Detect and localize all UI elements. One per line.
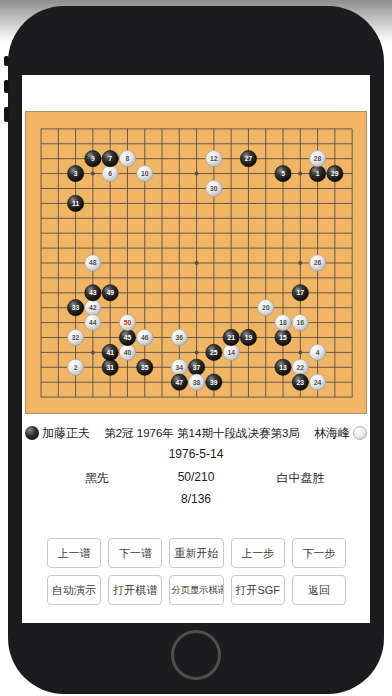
- black-player: 加藤正夫: [25, 425, 90, 442]
- stone-42: 42: [85, 300, 101, 316]
- svg-text:9: 9: [91, 155, 95, 162]
- svg-text:50: 50: [124, 319, 132, 326]
- svg-text:22: 22: [297, 364, 305, 371]
- svg-text:27: 27: [245, 155, 253, 162]
- mute-switch: [4, 56, 9, 66]
- stone-32: 32: [67, 329, 83, 345]
- button-row-1: 上一谱 下一谱 重新开始 上一步 下一步: [47, 538, 346, 568]
- stone-38: 38: [188, 374, 204, 390]
- svg-text:35: 35: [141, 364, 149, 371]
- stone-43: 43: [85, 285, 101, 301]
- svg-text:17: 17: [297, 289, 305, 296]
- svg-text:15: 15: [279, 334, 287, 341]
- svg-text:30: 30: [210, 185, 218, 192]
- stone-41: 41: [102, 344, 118, 360]
- stone-34: 34: [171, 359, 187, 375]
- svg-text:12: 12: [210, 155, 218, 162]
- stone-15: 15: [275, 329, 291, 345]
- stone-24: 24: [309, 374, 325, 390]
- stone-12: 12: [206, 151, 222, 167]
- black-first-label: 黑先: [85, 470, 109, 487]
- svg-text:43: 43: [89, 289, 97, 296]
- svg-text:23: 23: [297, 379, 305, 386]
- svg-text:5: 5: [281, 170, 285, 177]
- star-point: [298, 172, 302, 176]
- app-screen: 1 2 3 4 5 6 7 8 9 10 11 12 13 1: [22, 75, 370, 623]
- prev-move-button[interactable]: 上一步: [231, 538, 285, 568]
- svg-text:4: 4: [316, 349, 320, 356]
- stone-13: 13: [275, 359, 291, 375]
- stone-50: 50: [119, 314, 135, 330]
- star-point: [298, 350, 302, 354]
- next-move-button[interactable]: 下一步: [292, 538, 346, 568]
- svg-text:37: 37: [193, 364, 201, 371]
- board-svg: 1 2 3 4 5 6 7 8 9 10 11 12 13 1: [26, 112, 366, 413]
- svg-text:36: 36: [176, 334, 184, 341]
- svg-text:6: 6: [108, 170, 112, 177]
- svg-text:29: 29: [331, 170, 339, 177]
- volume-down-button: [4, 107, 9, 122]
- stone-23: 23: [292, 374, 308, 390]
- volume-up-button: [4, 80, 9, 93]
- svg-text:41: 41: [106, 349, 114, 356]
- stone-4: 4: [309, 344, 325, 360]
- auto-play-button[interactable]: 自动演示: [47, 575, 101, 605]
- white-stone-icon: [353, 426, 367, 440]
- svg-text:11: 11: [72, 200, 79, 207]
- stone-27: 27: [240, 151, 256, 167]
- restart-button[interactable]: 重新开始: [169, 538, 223, 568]
- stone-8: 8: [119, 151, 135, 167]
- svg-text:28: 28: [314, 155, 322, 162]
- stone-5: 5: [275, 165, 291, 181]
- svg-text:40: 40: [124, 349, 132, 356]
- svg-text:46: 46: [141, 334, 149, 341]
- stone-1: 1: [309, 165, 325, 181]
- stone-28: 28: [309, 151, 325, 167]
- svg-text:10: 10: [141, 170, 149, 177]
- svg-text:25: 25: [210, 349, 218, 356]
- stone-48: 48: [85, 255, 101, 271]
- white-player-name: 林海峰: [314, 425, 350, 442]
- stone-7: 7: [102, 151, 118, 167]
- stone-37: 37: [188, 359, 204, 375]
- stone-36: 36: [171, 329, 187, 345]
- move-counter: 50/210: [178, 470, 215, 484]
- stone-22: 22: [292, 359, 308, 375]
- svg-text:24: 24: [314, 379, 322, 386]
- svg-text:14: 14: [227, 349, 235, 356]
- svg-text:49: 49: [106, 289, 114, 296]
- svg-text:2: 2: [74, 364, 78, 371]
- stone-25: 25: [206, 344, 222, 360]
- star-point: [91, 350, 95, 354]
- svg-text:26: 26: [314, 259, 322, 266]
- star-point: [91, 172, 95, 176]
- stats-row: 黑先 50/210 白中盘胜: [22, 470, 370, 486]
- stone-33: 33: [67, 300, 83, 316]
- svg-text:48: 48: [89, 259, 97, 266]
- stone-16: 16: [292, 314, 308, 330]
- svg-text:33: 33: [72, 304, 80, 311]
- white-player: 林海峰: [314, 425, 367, 442]
- stone-17: 17: [292, 285, 308, 301]
- svg-text:3: 3: [74, 170, 78, 177]
- open-kifu-button[interactable]: 打开棋谱: [108, 575, 162, 605]
- stone-2: 2: [67, 359, 83, 375]
- stone-47: 47: [171, 374, 187, 390]
- star-point: [195, 261, 199, 265]
- button-row-2: 自动演示 打开棋谱 分页显示棋谱 打开SGF 返回: [47, 575, 346, 605]
- svg-text:47: 47: [176, 379, 184, 386]
- stone-30: 30: [206, 180, 222, 196]
- stone-19: 19: [240, 329, 256, 345]
- svg-text:31: 31: [106, 364, 114, 371]
- stone-49: 49: [102, 285, 118, 301]
- svg-text:8: 8: [126, 155, 130, 162]
- svg-text:7: 7: [108, 155, 112, 162]
- go-board[interactable]: 1 2 3 4 5 6 7 8 9 10 11 12 13 1: [25, 111, 367, 414]
- star-point: [195, 350, 199, 354]
- black-stone-icon: [25, 426, 39, 440]
- page-counter: 8/136: [22, 492, 370, 506]
- stone-35: 35: [137, 359, 153, 375]
- stone-26: 26: [309, 255, 325, 271]
- stone-40: 40: [119, 344, 135, 360]
- svg-text:32: 32: [72, 334, 80, 341]
- stone-9: 9: [85, 151, 101, 167]
- next-diagram-button[interactable]: 下一谱: [108, 538, 162, 568]
- star-point: [298, 261, 302, 265]
- stone-39: 39: [206, 374, 222, 390]
- game-result: 白中盘胜: [276, 470, 324, 487]
- svg-text:19: 19: [245, 334, 253, 341]
- game-title: 第2冠 1976年 第14期十段战决赛第3局: [104, 426, 300, 441]
- stone-21: 21: [223, 329, 239, 345]
- stone-31: 31: [102, 359, 118, 375]
- stone-3: 3: [67, 165, 83, 181]
- open-sgf-button[interactable]: 打开SGF: [231, 575, 285, 605]
- stone-46: 46: [137, 329, 153, 345]
- svg-text:38: 38: [193, 379, 201, 386]
- black-player-name: 加藤正夫: [42, 425, 90, 442]
- paged-kifu-button[interactable]: 分页显示棋谱: [169, 575, 223, 605]
- home-button[interactable]: [171, 630, 221, 680]
- svg-text:34: 34: [176, 364, 184, 371]
- stone-6: 6: [102, 165, 118, 181]
- stone-18: 18: [275, 314, 291, 330]
- game-date: 1976-5-14: [22, 447, 370, 461]
- stone-20: 20: [258, 300, 274, 316]
- stone-29: 29: [327, 165, 343, 181]
- svg-text:42: 42: [89, 304, 97, 311]
- players-row: 加藤正夫 第2冠 1976年 第14期十段战决赛第3局 林海峰: [25, 425, 367, 441]
- star-point: [195, 172, 199, 176]
- page-background: 1 2 3 4 5 6 7 8 9 10 11 12 13 1: [0, 0, 392, 696]
- svg-text:20: 20: [262, 304, 270, 311]
- svg-text:13: 13: [279, 364, 287, 371]
- back-button[interactable]: 返回: [292, 575, 346, 605]
- svg-text:1: 1: [316, 170, 320, 177]
- stone-14: 14: [223, 344, 239, 360]
- svg-text:18: 18: [279, 319, 287, 326]
- stone-10: 10: [137, 165, 153, 181]
- prev-diagram-button[interactable]: 上一谱: [47, 538, 101, 568]
- stone-11: 11: [67, 195, 83, 211]
- phone-frame: 1 2 3 4 5 6 7 8 9 10 11 12 13 1: [8, 6, 384, 694]
- svg-text:45: 45: [124, 334, 132, 341]
- stone-44: 44: [85, 314, 101, 330]
- svg-text:16: 16: [297, 319, 305, 326]
- stone-45: 45: [119, 329, 135, 345]
- svg-text:44: 44: [89, 319, 97, 326]
- svg-text:39: 39: [210, 379, 218, 386]
- svg-text:21: 21: [227, 334, 235, 341]
